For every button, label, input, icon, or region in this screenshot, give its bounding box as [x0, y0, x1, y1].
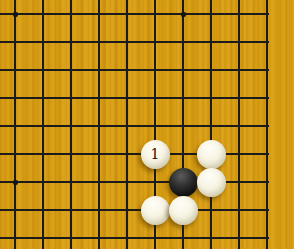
- go-app-screen: ○1○●○○○: [0, 0, 294, 249]
- grid-line-horizontal: [0, 209, 269, 210]
- grid-line-horizontal: [0, 153, 269, 154]
- grid-line-horizontal: [0, 41, 269, 42]
- grid-line-horizontal: [0, 97, 269, 98]
- stone-white: ○: [197, 140, 226, 169]
- stone-white: ○: [169, 196, 198, 225]
- stone-white: ○: [197, 168, 226, 197]
- grid-line-horizontal: [0, 69, 269, 70]
- grid-line-horizontal: [0, 181, 269, 182]
- star-point: [13, 180, 18, 185]
- star-point: [13, 12, 18, 17]
- go-board[interactable]: ○1○●○○○: [0, 0, 294, 249]
- stone-white: ○1: [141, 140, 170, 169]
- move-number-label: 1: [141, 140, 170, 169]
- grid-line-horizontal: [0, 125, 269, 126]
- stone-white: ○: [141, 196, 170, 225]
- grid-line-horizontal: [0, 13, 269, 14]
- grid-line-horizontal: [0, 237, 269, 238]
- star-point: [181, 12, 186, 17]
- stone-black: ●: [169, 168, 198, 197]
